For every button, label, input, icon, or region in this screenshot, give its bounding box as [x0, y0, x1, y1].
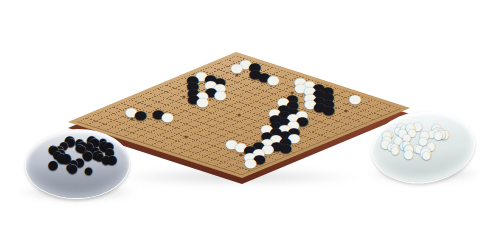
tray-stone: ●	[67, 163, 78, 175]
tray-stone: ●	[433, 130, 444, 142]
go-set-product-photo: ●●●●●●●●●●●●●●●●●●●●●●●●●●●●●●●●●●●●●●●●…	[0, 0, 500, 244]
tray-stone: ●	[390, 145, 400, 156]
tray-stone: ●	[84, 166, 93, 176]
tray-stone: ●	[421, 149, 431, 161]
tray-stone: ●	[47, 159, 58, 172]
tray-stone: ●	[403, 149, 415, 162]
black-bowl-stones: ●●●●●●●●●●●●●●●●●●●●●●●●●●●●●●●●●●●●●●	[27, 130, 128, 199]
tray-stone: ●	[106, 154, 117, 167]
